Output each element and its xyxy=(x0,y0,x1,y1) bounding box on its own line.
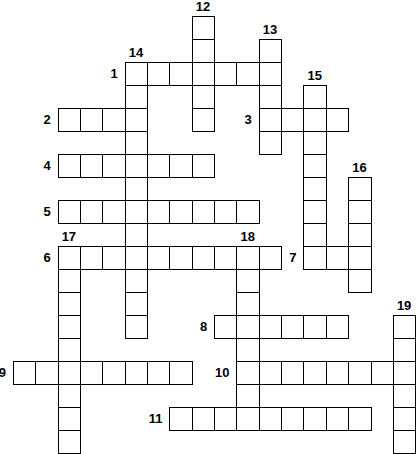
cell-r10-c4[interactable] xyxy=(102,246,125,270)
clue-number-13: 13 xyxy=(263,23,277,36)
cell-r2-c8[interactable] xyxy=(192,62,215,86)
cell-r15-c0[interactable] xyxy=(13,361,36,385)
cell-r4-c4[interactable] xyxy=(102,108,125,132)
cell-r15-c5[interactable] xyxy=(125,361,148,385)
cell-r17-c13[interactable] xyxy=(303,407,326,431)
cell-r6-c4[interactable] xyxy=(102,154,125,178)
cell-r13-c9[interactable] xyxy=(214,315,237,339)
cell-r10-c2[interactable] xyxy=(58,246,81,270)
clue-number-12: 12 xyxy=(196,0,210,13)
clue-number-11: 11 xyxy=(149,412,163,425)
cell-r8-c3[interactable] xyxy=(80,200,103,224)
cell-r8-c5[interactable] xyxy=(125,200,148,224)
cell-r10-c9[interactable] xyxy=(214,246,237,270)
cell-r11-c5[interactable] xyxy=(125,269,148,293)
cell-r2-c5[interactable] xyxy=(125,62,148,86)
cell-r2-c10[interactable] xyxy=(236,62,259,86)
cell-r15-c14[interactable] xyxy=(326,361,349,385)
cell-r10-c10[interactable] xyxy=(236,246,259,270)
cell-r17-c7[interactable] xyxy=(169,407,192,431)
clue-number-4: 4 xyxy=(43,159,50,172)
cell-r8-c9[interactable] xyxy=(214,200,237,224)
cell-r15-c17[interactable] xyxy=(393,361,416,385)
cell-r4-c2[interactable] xyxy=(58,108,81,132)
cell-r14-c2[interactable] xyxy=(58,338,81,362)
cell-r8-c8[interactable] xyxy=(192,200,215,224)
cell-r15-c12[interactable] xyxy=(281,361,304,385)
cell-r13-c12[interactable] xyxy=(281,315,304,339)
cell-r16-c17[interactable] xyxy=(393,384,416,408)
cell-r5-c5[interactable] xyxy=(125,131,148,155)
clue-number-16: 16 xyxy=(352,161,366,174)
cell-r13-c5[interactable] xyxy=(125,315,148,339)
cell-r6-c5[interactable] xyxy=(125,154,148,178)
cell-r8-c2[interactable] xyxy=(58,200,81,224)
cell-r13-c14[interactable] xyxy=(326,315,349,339)
cell-r10-c8[interactable] xyxy=(192,246,215,270)
cell-r9-c5[interactable] xyxy=(125,223,148,247)
cell-r4-c3[interactable] xyxy=(80,108,103,132)
cell-r7-c13[interactable] xyxy=(303,177,326,201)
cell-r15-c2[interactable] xyxy=(58,361,81,385)
cell-r12-c10[interactable] xyxy=(236,292,259,316)
cell-r15-c7[interactable] xyxy=(169,361,192,385)
clue-number-5: 5 xyxy=(43,205,50,218)
cell-r6-c2[interactable] xyxy=(58,154,81,178)
cell-r18-c17[interactable] xyxy=(393,430,416,454)
cell-r11-c2[interactable] xyxy=(58,269,81,293)
cell-r10-c15[interactable] xyxy=(348,246,371,270)
cell-r15-c1[interactable] xyxy=(35,361,58,385)
cell-r5-c11[interactable] xyxy=(259,131,282,155)
cell-r4-c13[interactable] xyxy=(303,108,326,132)
cell-r6-c13[interactable] xyxy=(303,154,326,178)
cell-r10-c5[interactable] xyxy=(125,246,148,270)
clue-number-10: 10 xyxy=(215,366,229,379)
cell-r6-c6[interactable] xyxy=(147,154,170,178)
cell-r17-c10[interactable] xyxy=(236,407,259,431)
cell-r16-c2[interactable] xyxy=(58,384,81,408)
cell-r4-c12[interactable] xyxy=(281,108,304,132)
cell-r4-c8[interactable] xyxy=(192,108,215,132)
cell-r8-c4[interactable] xyxy=(102,200,125,224)
clue-number-1: 1 xyxy=(111,67,118,80)
cell-r6-c7[interactable] xyxy=(169,154,192,178)
clue-number-3: 3 xyxy=(245,113,252,126)
clue-number-9: 9 xyxy=(0,366,6,379)
clue-number-8: 8 xyxy=(200,320,207,333)
clue-number-17: 17 xyxy=(62,230,76,243)
cell-r2-c11[interactable] xyxy=(259,62,282,86)
cell-r15-c6[interactable] xyxy=(147,361,170,385)
cell-r5-c13[interactable] xyxy=(303,131,326,155)
cell-r18-c2[interactable] xyxy=(58,430,81,454)
cell-r15-c3[interactable] xyxy=(80,361,103,385)
cell-r1-c8[interactable] xyxy=(192,39,215,63)
cell-r13-c11[interactable] xyxy=(259,315,282,339)
cell-r11-c10[interactable] xyxy=(236,269,259,293)
cell-r13-c2[interactable] xyxy=(58,315,81,339)
cell-r6-c3[interactable] xyxy=(80,154,103,178)
cell-r15-c15[interactable] xyxy=(348,361,371,385)
cell-r4-c14[interactable] xyxy=(326,108,349,132)
clue-number-7: 7 xyxy=(289,251,296,264)
cell-r16-c10[interactable] xyxy=(236,384,259,408)
cell-r13-c17[interactable] xyxy=(393,315,416,339)
cell-r17-c2[interactable] xyxy=(58,407,81,431)
crossword-puzzle: 12345678910111213141516171819 xyxy=(0,0,416,454)
clue-number-2: 2 xyxy=(43,113,50,126)
clue-number-18: 18 xyxy=(240,230,254,243)
cell-r10-c13[interactable] xyxy=(303,246,326,270)
cell-r15-c11[interactable] xyxy=(259,361,282,385)
cell-r14-c10[interactable] xyxy=(236,338,259,362)
cell-r2-c7[interactable] xyxy=(169,62,192,86)
cell-r2-c9[interactable] xyxy=(214,62,237,86)
cell-r15-c13[interactable] xyxy=(303,361,326,385)
cell-r15-c16[interactable] xyxy=(371,361,394,385)
cell-r15-c4[interactable] xyxy=(102,361,125,385)
cell-r12-c2[interactable] xyxy=(58,292,81,316)
clue-number-19: 19 xyxy=(397,299,411,312)
cell-r8-c7[interactable] xyxy=(169,200,192,224)
cell-r15-c10[interactable] xyxy=(236,361,259,385)
cell-r7-c5[interactable] xyxy=(125,177,148,201)
cell-r8-c15[interactable] xyxy=(348,200,371,224)
cell-r4-c5[interactable] xyxy=(125,108,148,132)
cell-r6-c8[interactable] xyxy=(192,154,215,178)
cell-r8-c6[interactable] xyxy=(147,200,170,224)
cell-r7-c15[interactable] xyxy=(348,177,371,201)
cell-r3-c8[interactable] xyxy=(192,85,215,109)
cell-r17-c17[interactable] xyxy=(393,407,416,431)
cell-r13-c10[interactable] xyxy=(236,315,259,339)
clue-number-15: 15 xyxy=(307,69,321,82)
cell-r1-c11[interactable] xyxy=(259,39,282,63)
cell-r12-c5[interactable] xyxy=(125,292,148,316)
cell-r9-c13[interactable] xyxy=(303,223,326,247)
cell-r10-c14[interactable] xyxy=(326,246,349,270)
cell-r0-c8[interactable] xyxy=(192,16,215,40)
cell-r10-c7[interactable] xyxy=(169,246,192,270)
cell-r13-c13[interactable] xyxy=(303,315,326,339)
cell-r3-c13[interactable] xyxy=(303,85,326,109)
cell-r10-c3[interactable] xyxy=(80,246,103,270)
cell-r17-c8[interactable] xyxy=(192,407,215,431)
cell-r17-c12[interactable] xyxy=(281,407,304,431)
cell-r10-c6[interactable] xyxy=(147,246,170,270)
cell-r2-c6[interactable] xyxy=(147,62,170,86)
cell-r8-c13[interactable] xyxy=(303,200,326,224)
cell-r3-c11[interactable] xyxy=(259,85,282,109)
clue-number-14: 14 xyxy=(129,46,143,59)
clue-number-6: 6 xyxy=(43,251,50,264)
cell-r3-c5[interactable] xyxy=(125,85,148,109)
cell-r17-c11[interactable] xyxy=(259,407,282,431)
cell-r17-c9[interactable] xyxy=(214,407,237,431)
cell-r8-c10[interactable] xyxy=(236,200,259,224)
cell-r4-c11[interactable] xyxy=(259,108,282,132)
cell-r9-c15[interactable] xyxy=(348,223,371,247)
cell-r14-c17[interactable] xyxy=(393,338,416,362)
cell-r17-c14[interactable] xyxy=(326,407,349,431)
cell-r11-c15[interactable] xyxy=(348,269,371,293)
cell-r17-c15[interactable] xyxy=(348,407,371,431)
cell-r10-c11[interactable] xyxy=(259,246,282,270)
